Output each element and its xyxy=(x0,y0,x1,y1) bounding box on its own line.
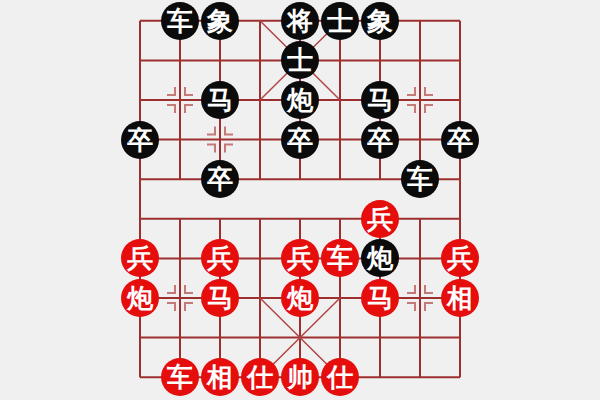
point-d9[interactable]: 仕 xyxy=(240,357,280,397)
point-g0[interactable]: 象 xyxy=(360,1,400,41)
point-c1[interactable] xyxy=(200,41,240,81)
point-g2[interactable]: 马 xyxy=(360,80,400,120)
point-h0[interactable] xyxy=(400,1,440,41)
point-h7[interactable] xyxy=(400,278,440,318)
point-c2[interactable]: 马 xyxy=(200,80,240,120)
point-a6[interactable]: 兵 xyxy=(120,239,160,279)
xiangqi-board: 车象将士象士马炮马卒卒卒卒卒车兵兵兵兵车炮兵炮马炮马相车相仕帅仕 xyxy=(120,1,480,397)
piece-black-soldier[interactable]: 卒 xyxy=(441,121,479,159)
point-a8[interactable] xyxy=(120,318,160,358)
point-h9[interactable] xyxy=(400,357,440,397)
piece-black-soldier[interactable]: 卒 xyxy=(281,121,319,159)
point-f9[interactable]: 仕 xyxy=(320,357,360,397)
point-c9[interactable]: 相 xyxy=(200,357,240,397)
point-i6[interactable]: 兵 xyxy=(440,239,480,279)
piece-red-horse[interactable]: 马 xyxy=(201,279,239,317)
point-d0[interactable] xyxy=(240,1,280,41)
point-a7[interactable]: 炮 xyxy=(120,278,160,318)
piece-red-cannon[interactable]: 炮 xyxy=(281,279,319,317)
point-d4[interactable] xyxy=(240,159,280,199)
point-b4[interactable] xyxy=(160,159,200,199)
point-i4[interactable] xyxy=(440,159,480,199)
point-f1[interactable] xyxy=(320,41,360,81)
point-c7[interactable]: 马 xyxy=(200,278,240,318)
point-i8[interactable] xyxy=(440,318,480,358)
point-i5[interactable] xyxy=(440,199,480,239)
point-b3[interactable] xyxy=(160,120,200,160)
point-c3[interactable] xyxy=(200,120,240,160)
piece-red-horse[interactable]: 马 xyxy=(361,279,399,317)
point-h4[interactable]: 车 xyxy=(400,159,440,199)
point-g1[interactable] xyxy=(360,41,400,81)
point-e7[interactable]: 炮 xyxy=(280,278,320,318)
piece-black-soldier[interactable]: 卒 xyxy=(361,121,399,159)
piece-red-chariot[interactable]: 车 xyxy=(161,358,199,396)
point-i9[interactable] xyxy=(440,357,480,397)
point-d5[interactable] xyxy=(240,199,280,239)
point-h1[interactable] xyxy=(400,41,440,81)
point-b7[interactable] xyxy=(160,278,200,318)
point-c6[interactable]: 兵 xyxy=(200,239,240,279)
point-h6[interactable] xyxy=(400,239,440,279)
point-g6[interactable]: 炮 xyxy=(360,239,400,279)
piece-black-chariot[interactable]: 车 xyxy=(401,160,439,198)
point-i1[interactable] xyxy=(440,41,480,81)
point-h5[interactable] xyxy=(400,199,440,239)
point-f8[interactable] xyxy=(320,318,360,358)
point-g5[interactable]: 兵 xyxy=(360,199,400,239)
point-b1[interactable] xyxy=(160,41,200,81)
piece-red-advisor[interactable]: 仕 xyxy=(321,358,359,396)
point-f6[interactable]: 车 xyxy=(320,239,360,279)
point-e4[interactable] xyxy=(280,159,320,199)
point-e1[interactable]: 士 xyxy=(280,41,320,81)
piece-black-general[interactable]: 将 xyxy=(281,2,319,40)
point-c0[interactable]: 象 xyxy=(200,1,240,41)
point-g3[interactable]: 卒 xyxy=(360,120,400,160)
point-a5[interactable] xyxy=(120,199,160,239)
point-a4[interactable] xyxy=(120,159,160,199)
point-f7[interactable] xyxy=(320,278,360,318)
point-c4[interactable]: 卒 xyxy=(200,159,240,199)
point-f5[interactable] xyxy=(320,199,360,239)
point-g7[interactable]: 马 xyxy=(360,278,400,318)
point-e9[interactable]: 帅 xyxy=(280,357,320,397)
point-h2[interactable] xyxy=(400,80,440,120)
piece-red-soldier[interactable]: 兵 xyxy=(361,200,399,238)
point-i7[interactable]: 相 xyxy=(440,278,480,318)
board-intersections: 车象将士象士马炮马卒卒卒卒卒车兵兵兵兵车炮兵炮马炮马相车相仕帅仕 xyxy=(120,1,480,397)
point-i2[interactable] xyxy=(440,80,480,120)
piece-black-chariot[interactable]: 车 xyxy=(161,2,199,40)
point-d7[interactable] xyxy=(240,278,280,318)
point-f3[interactable] xyxy=(320,120,360,160)
piece-red-soldier[interactable]: 兵 xyxy=(121,239,159,277)
piece-black-horse[interactable]: 马 xyxy=(361,81,399,119)
point-e6[interactable]: 兵 xyxy=(280,239,320,279)
piece-red-elephant[interactable]: 相 xyxy=(441,279,479,317)
point-d3[interactable] xyxy=(240,120,280,160)
point-f4[interactable] xyxy=(320,159,360,199)
piece-red-soldier[interactable]: 兵 xyxy=(281,239,319,277)
piece-black-elephant[interactable]: 象 xyxy=(361,2,399,40)
point-f0[interactable]: 士 xyxy=(320,1,360,41)
piece-red-cannon[interactable]: 炮 xyxy=(121,279,159,317)
point-i3[interactable]: 卒 xyxy=(440,120,480,160)
piece-black-advisor[interactable]: 士 xyxy=(281,41,319,79)
point-b0[interactable]: 车 xyxy=(160,1,200,41)
point-h3[interactable] xyxy=(400,120,440,160)
point-d1[interactable] xyxy=(240,41,280,81)
piece-red-general[interactable]: 帅 xyxy=(281,358,319,396)
point-g9[interactable] xyxy=(360,357,400,397)
point-a1[interactable] xyxy=(120,41,160,81)
point-d2[interactable] xyxy=(240,80,280,120)
point-b6[interactable] xyxy=(160,239,200,279)
point-a2[interactable] xyxy=(120,80,160,120)
point-e3[interactable]: 卒 xyxy=(280,120,320,160)
point-a3[interactable]: 卒 xyxy=(120,120,160,160)
point-c8[interactable] xyxy=(200,318,240,358)
point-g4[interactable] xyxy=(360,159,400,199)
piece-black-cannon[interactable]: 炮 xyxy=(361,239,399,277)
piece-red-chariot[interactable]: 车 xyxy=(321,239,359,277)
point-b2[interactable] xyxy=(160,80,200,120)
point-a0[interactable] xyxy=(120,1,160,41)
point-a9[interactable] xyxy=(120,357,160,397)
point-e0[interactable]: 将 xyxy=(280,1,320,41)
piece-red-advisor[interactable]: 仕 xyxy=(241,358,279,396)
point-b5[interactable] xyxy=(160,199,200,239)
point-b9[interactable]: 车 xyxy=(160,357,200,397)
piece-black-soldier[interactable]: 卒 xyxy=(201,160,239,198)
piece-red-soldier[interactable]: 兵 xyxy=(441,239,479,277)
point-i0[interactable] xyxy=(440,1,480,41)
point-d6[interactable] xyxy=(240,239,280,279)
point-h8[interactable] xyxy=(400,318,440,358)
point-f2[interactable] xyxy=(320,80,360,120)
piece-black-soldier[interactable]: 卒 xyxy=(121,121,159,159)
piece-black-elephant[interactable]: 象 xyxy=(201,2,239,40)
piece-red-elephant[interactable]: 相 xyxy=(201,358,239,396)
piece-black-horse[interactable]: 马 xyxy=(201,81,239,119)
point-d8[interactable] xyxy=(240,318,280,358)
piece-black-advisor[interactable]: 士 xyxy=(321,2,359,40)
point-e5[interactable] xyxy=(280,199,320,239)
point-e8[interactable] xyxy=(280,318,320,358)
point-g8[interactable] xyxy=(360,318,400,358)
piece-black-cannon[interactable]: 炮 xyxy=(281,81,319,119)
piece-red-soldier[interactable]: 兵 xyxy=(201,239,239,277)
point-e2[interactable]: 炮 xyxy=(280,80,320,120)
point-c5[interactable] xyxy=(200,199,240,239)
point-b8[interactable] xyxy=(160,318,200,358)
xiangqi-app: 车象将士象士马炮马卒卒卒卒卒车兵兵兵兵车炮兵炮马炮马相车相仕帅仕 xyxy=(0,0,600,400)
